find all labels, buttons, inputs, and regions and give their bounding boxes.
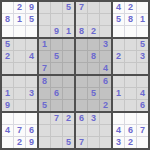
given-digit: 7 [17,126,22,135]
cell-r10c8[interactable]: 3 [88,113,99,124]
cell-r11c9[interactable] [100,125,111,136]
cell-r7c9[interactable]: 6 [100,76,111,87]
cell-r3c10[interactable] [113,26,124,37]
box-r3c2: 865 [39,76,74,111]
cell-r2c3[interactable]: 5 [26,14,37,25]
cell-r12c10[interactable]: 3 [113,137,124,148]
given-digit: 1 [42,40,47,49]
cell-r7c2[interactable] [14,76,25,87]
cell-r5c5[interactable]: 5 [51,51,62,62]
cell-r9c7[interactable] [76,100,87,111]
cell-r1c3[interactable]: 9 [26,2,37,13]
cell-r4c5[interactable] [51,39,62,50]
given-digit: 5 [116,15,121,24]
cell-r11c10[interactable]: 4 [113,125,124,136]
cell-r5c2[interactable] [14,51,25,62]
box-r3c1: 139 [2,76,37,111]
cell-r9c8[interactable] [88,100,99,111]
box-r4c2: 725 [39,113,74,148]
cell-r4c1[interactable]: 5 [2,39,13,50]
given-digit: 2 [103,101,108,110]
cell-r11c4[interactable] [39,125,50,136]
given-digit: 9 [29,3,34,12]
cell-r10c12[interactable] [137,113,148,124]
cell-r11c8[interactable] [88,125,99,136]
cell-r5c7[interactable] [76,51,87,62]
cell-r10c1[interactable] [2,113,13,124]
cell-r5c6[interactable] [63,51,74,62]
cell-r8c11[interactable] [125,88,136,99]
given-digit: 5 [66,3,71,12]
cell-r3c7[interactable]: 8 [76,26,87,37]
given-digit: 4 [103,64,108,73]
cell-r6c6[interactable] [63,63,74,74]
cell-r2c2[interactable]: 1 [14,14,25,25]
cell-r4c7[interactable] [76,39,87,50]
box-r2c1: 524 [2,39,37,74]
box-r1c2: 591 [39,2,74,37]
cell-r7c4[interactable]: 8 [39,76,50,87]
cell-r11c2[interactable]: 7 [14,125,25,136]
cell-r6c1[interactable] [2,63,13,74]
cell-r9c11[interactable] [125,100,136,111]
cell-r10c10[interactable] [113,113,124,124]
cell-r12c5[interactable] [51,137,62,148]
given-digit: 6 [54,89,59,98]
given-digit: 6 [128,126,133,135]
cell-r3c4[interactable] [39,26,50,37]
cell-r1c7[interactable]: 7 [76,2,87,13]
cell-r7c10[interactable] [113,76,124,87]
given-digit: 2 [5,52,10,61]
cell-r12c8[interactable] [88,137,99,148]
box-r3c3: 652 [76,76,111,111]
cell-r7c5[interactable] [51,76,62,87]
cell-r11c1[interactable]: 4 [2,125,13,136]
cell-r8c6[interactable] [63,88,74,99]
cell-r6c8[interactable] [88,63,99,74]
cell-r1c2[interactable]: 2 [14,2,25,13]
cell-r5c3[interactable]: 4 [26,51,37,62]
given-digit: 3 [91,114,96,123]
cell-r8c12[interactable]: 4 [137,88,148,99]
cell-r1c8[interactable] [88,2,99,13]
box-r3c4: 146 [113,76,148,111]
box-r1c1: 29815 [2,2,37,37]
cell-r4c3[interactable] [26,39,37,50]
given-digit: 7 [79,3,84,12]
given-digit: 2 [17,3,22,12]
given-digit: 8 [42,77,47,86]
cell-r8c4[interactable] [39,88,50,99]
cell-r4c9[interactable]: 3 [100,39,111,50]
given-digit: 6 [103,77,108,86]
cell-r12c7[interactable]: 7 [76,137,87,148]
cell-r3c12[interactable] [137,26,148,37]
cell-r7c8[interactable] [88,76,99,87]
cell-r6c5[interactable] [51,63,62,74]
given-digit: 7 [54,114,59,123]
cell-r6c11[interactable] [125,63,136,74]
cell-r9c4[interactable]: 5 [39,100,50,111]
cell-r5c4[interactable] [39,51,50,62]
given-digit: 7 [140,126,145,135]
cell-r9c5[interactable] [51,100,62,111]
cell-r6c7[interactable] [76,63,87,74]
cell-r4c6[interactable] [63,39,74,50]
given-digit: 8 [128,15,133,24]
cell-r4c10[interactable] [113,39,124,50]
given-digit: 6 [29,126,34,135]
box-r4c4: 46732 [113,113,148,148]
cell-r4c12[interactable]: 5 [137,39,148,50]
cell-r11c3[interactable]: 6 [26,125,37,136]
cell-r1c9[interactable] [100,2,111,13]
given-digit: 5 [140,40,145,49]
cell-r8c10[interactable]: 1 [113,88,124,99]
cell-r9c3[interactable] [26,100,37,111]
cell-r8c9[interactable] [100,88,111,99]
cell-r2c5[interactable] [51,14,62,25]
cell-r7c12[interactable] [137,76,148,87]
cell-r9c10[interactable] [113,100,124,111]
cell-r6c10[interactable] [113,63,124,74]
cell-r2c7[interactable] [76,14,87,25]
given-digit: 2 [17,138,22,147]
given-digit: 9 [29,138,34,147]
cell-r3c9[interactable] [100,26,111,37]
box-r4c1: 47629 [2,113,37,148]
cell-r7c1[interactable] [2,76,13,87]
given-digit: 9 [5,101,10,110]
box-r2c2: 157 [39,39,74,74]
given-digit: 3 [116,138,121,147]
cell-r11c5[interactable] [51,125,62,136]
cell-r6c2[interactable] [14,63,25,74]
box-r2c4: 523 [113,39,148,74]
cell-r9c6[interactable] [63,100,74,111]
given-digit: 1 [140,15,145,24]
given-digit: 7 [79,138,84,147]
cell-r11c11[interactable]: 6 [125,125,136,136]
given-digit: 5 [42,101,47,110]
cell-r8c7[interactable] [76,88,87,99]
cell-r7c3[interactable] [26,76,37,87]
cell-r8c5[interactable]: 6 [51,88,62,99]
cell-r3c1[interactable] [2,26,13,37]
given-digit: 4 [116,126,121,135]
cell-r10c2[interactable] [14,113,25,124]
cell-r12c12[interactable] [137,137,148,148]
cell-r5c8[interactable]: 8 [88,51,99,62]
box-r1c3: 782 [76,2,111,37]
given-digit: 8 [79,27,84,36]
box-r1c4: 42581 [113,2,148,37]
cell-r1c4[interactable] [39,2,50,13]
cell-r12c1[interactable] [2,137,13,148]
cell-r6c9[interactable]: 4 [100,63,111,74]
cell-r5c10[interactable]: 2 [113,51,124,62]
cell-r10c6[interactable]: 2 [63,113,74,124]
cell-r10c5[interactable]: 7 [51,113,62,124]
cell-r5c11[interactable] [125,51,136,62]
given-digit: 4 [116,3,121,12]
sudoku-board: 2981559178242581524157384523139865652146… [0,0,150,150]
cell-r8c1[interactable]: 1 [2,88,13,99]
cell-r11c7[interactable] [76,125,87,136]
cell-r3c5[interactable]: 9 [51,26,62,37]
cell-r2c6[interactable] [63,14,74,25]
cell-r4c8[interactable] [88,39,99,50]
cell-r7c6[interactable] [63,76,74,87]
given-digit: 7 [42,64,47,73]
given-digit: 3 [140,52,145,61]
cell-r1c11[interactable]: 2 [125,2,136,13]
cell-r5c12[interactable]: 3 [137,51,148,62]
cell-r8c8[interactable]: 5 [88,88,99,99]
cell-r8c3[interactable]: 3 [26,88,37,99]
cell-r2c8[interactable] [88,14,99,25]
cell-r10c3[interactable] [26,113,37,124]
cell-r11c6[interactable] [63,125,74,136]
given-digit: 1 [17,15,22,24]
cell-r7c11[interactable] [125,76,136,87]
cell-r9c9[interactable]: 2 [100,100,111,111]
given-digit: 9 [54,27,59,36]
cell-r1c1[interactable] [2,2,13,13]
cell-r9c1[interactable]: 9 [2,100,13,111]
cell-r12c6[interactable]: 5 [63,137,74,148]
given-digit: 8 [91,52,96,61]
cell-r9c2[interactable] [14,100,25,111]
given-digit: 2 [91,27,96,36]
given-digit: 2 [128,3,133,12]
cell-r2c11[interactable]: 8 [125,14,136,25]
cell-r3c11[interactable] [125,26,136,37]
cell-r12c4[interactable] [39,137,50,148]
cell-r1c12[interactable] [137,2,148,13]
cell-r9c12[interactable]: 6 [137,100,148,111]
cell-r1c6[interactable]: 5 [63,2,74,13]
cell-r12c3[interactable]: 9 [26,137,37,148]
given-digit: 5 [66,138,71,147]
cell-r4c11[interactable] [125,39,136,50]
cell-r10c7[interactable]: 6 [76,113,87,124]
cell-r12c11[interactable]: 2 [125,137,136,148]
cell-r12c2[interactable]: 2 [14,137,25,148]
given-digit: 3 [29,89,34,98]
given-digit: 5 [29,15,34,24]
cell-r3c6[interactable]: 1 [63,26,74,37]
box-r4c3: 637 [76,113,111,148]
cell-r6c3[interactable] [26,63,37,74]
cell-r10c11[interactable] [125,113,136,124]
cell-r10c4[interactable] [39,113,50,124]
cell-r4c4[interactable]: 1 [39,39,50,50]
given-digit: 5 [91,89,96,98]
cell-r5c9[interactable] [100,51,111,62]
cell-r3c8[interactable]: 2 [88,26,99,37]
cell-r2c4[interactable] [39,14,50,25]
given-digit: 1 [5,89,10,98]
cell-r7c7[interactable] [76,76,87,87]
cell-r8c2[interactable] [14,88,25,99]
cell-r2c10[interactable]: 5 [113,14,124,25]
given-digit: 2 [66,114,71,123]
given-digit: 2 [116,52,121,61]
given-digit: 4 [5,126,10,135]
box-r2c3: 384 [76,39,111,74]
given-digit: 5 [54,52,59,61]
given-digit: 4 [29,52,34,61]
cell-r2c1[interactable]: 8 [2,14,13,25]
cell-r5c1[interactable]: 2 [2,51,13,62]
cell-r11c12[interactable]: 7 [137,125,148,136]
given-digit: 2 [128,138,133,147]
given-digit: 1 [66,27,71,36]
cell-r3c2[interactable] [14,26,25,37]
cell-r4c2[interactable] [14,39,25,50]
given-digit: 5 [5,40,10,49]
cell-r6c12[interactable] [137,63,148,74]
cell-r6c4[interactable]: 7 [39,63,50,74]
given-digit: 6 [140,101,145,110]
given-digit: 1 [116,89,121,98]
cell-r12c9[interactable] [100,137,111,148]
given-digit: 8 [5,15,10,24]
given-digit: 3 [103,40,108,49]
given-digit: 4 [140,89,145,98]
cell-r2c9[interactable] [100,14,111,25]
given-digit: 6 [79,114,84,123]
cell-r1c10[interactable]: 4 [113,2,124,13]
cell-r3c3[interactable] [26,26,37,37]
cell-r1c5[interactable] [51,2,62,13]
cell-r2c12[interactable]: 1 [137,14,148,25]
cell-r10c9[interactable] [100,113,111,124]
